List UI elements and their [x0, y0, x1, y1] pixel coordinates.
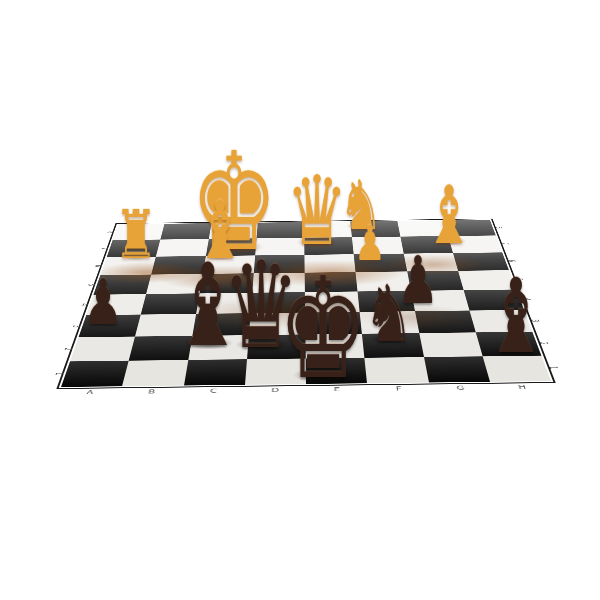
piece-layer: ♞♝♛♚♜♝♟♟♟♞♝♛♝♚: [0, 0, 600, 600]
black-knight-f2[interactable]: ♞: [364, 275, 415, 354]
white-rook-a6[interactable]: ♜: [114, 202, 157, 269]
product-photo-scene: ABCDEFGH1122334455667788 ♞♝♛♚♜♝♟♟♟♞♝♛♝♚: [0, 0, 600, 600]
black-pawn-queenside-a3[interactable]: ♟: [83, 272, 124, 335]
black-bishop-kingside-h2[interactable]: ♝: [483, 265, 549, 368]
black-king-e1[interactable]: ♚: [278, 259, 368, 399]
